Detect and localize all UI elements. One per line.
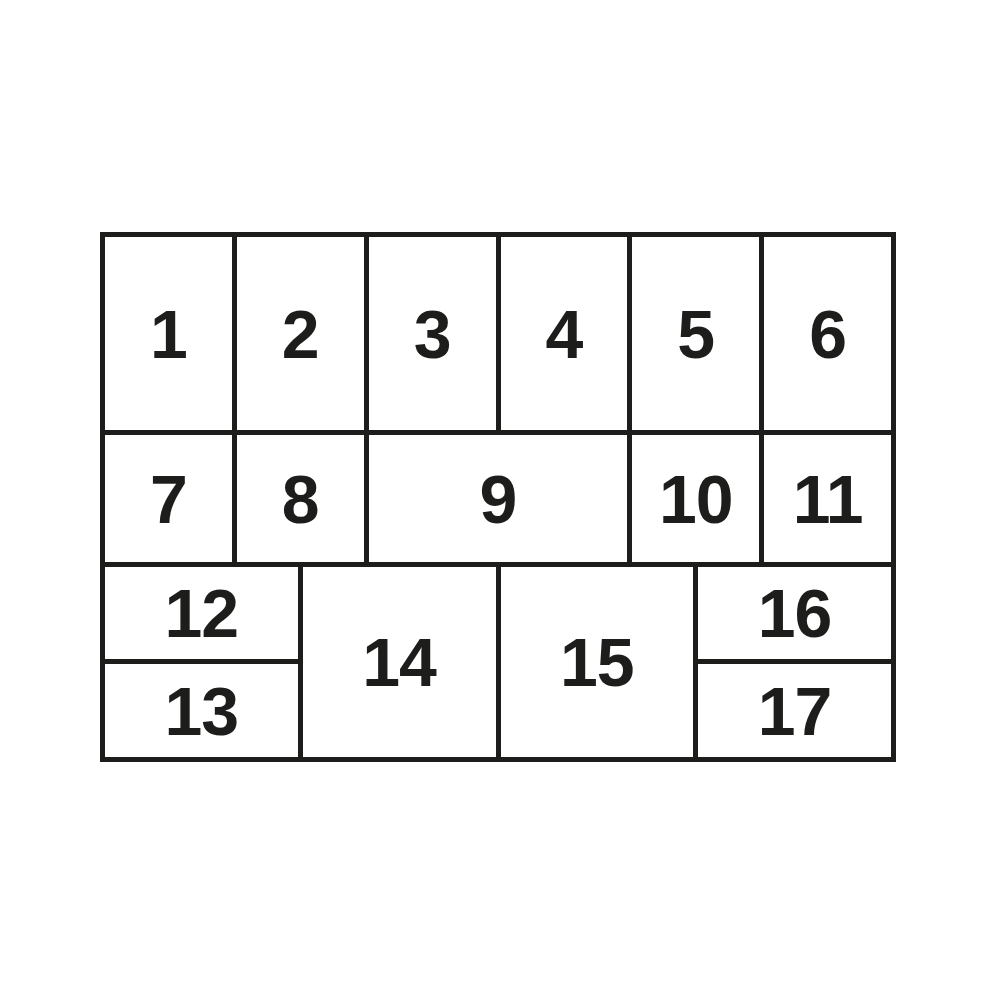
cell-8[interactable]: 8 [237,435,364,562]
cell-4[interactable]: 4 [501,237,628,430]
cell-5[interactable]: 5 [632,237,759,430]
cell-1[interactable]: 1 [105,237,232,430]
page-canvas: 1 2 3 4 5 6 7 8 9 10 11 12 13 14 15 16 1… [0,0,1000,1000]
cell-17-label: 17 [758,677,832,745]
cell-2[interactable]: 2 [237,237,364,430]
cell-14[interactable]: 14 [303,567,496,757]
cell-16[interactable]: 16 [698,567,891,659]
cell-1-label: 1 [150,300,187,368]
cell-15-label: 15 [560,628,634,696]
cell-13-label: 13 [165,677,239,745]
cell-5-label: 5 [677,300,714,368]
cell-13[interactable]: 13 [105,664,298,757]
cell-2-label: 2 [282,300,319,368]
board: 1 2 3 4 5 6 7 8 9 10 11 12 13 14 15 16 1… [100,232,896,762]
cell-7-label: 7 [150,465,187,533]
cell-8-label: 8 [282,465,319,533]
cell-10-label: 10 [659,465,733,533]
cell-14-label: 14 [362,628,436,696]
cell-6-label: 6 [809,300,846,368]
cell-6[interactable]: 6 [764,237,891,430]
cell-11-label: 11 [793,465,863,533]
cell-12-label: 12 [165,579,239,647]
cell-10[interactable]: 10 [632,435,759,562]
cell-3[interactable]: 3 [369,237,496,430]
cell-4-label: 4 [546,300,583,368]
cell-16-label: 16 [758,579,832,647]
cell-9[interactable]: 9 [369,435,628,562]
cell-17[interactable]: 17 [698,664,891,757]
cell-9-label: 9 [480,465,517,533]
cell-3-label: 3 [414,300,451,368]
cell-7[interactable]: 7 [105,435,232,562]
cell-12[interactable]: 12 [105,567,298,659]
cell-11[interactable]: 11 [764,435,891,562]
cell-15[interactable]: 15 [501,567,694,757]
